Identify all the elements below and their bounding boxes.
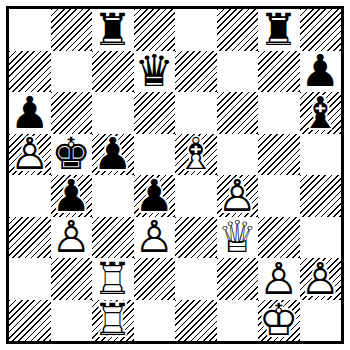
piece-halo: ♛	[134, 51, 176, 93]
piece-halo: ♟	[300, 258, 342, 300]
piece-halo: ♟	[9, 92, 51, 134]
square-d5[interactable]	[134, 134, 176, 176]
piece-halo: ♟	[9, 134, 51, 176]
piece-black-pawn-icon: ♟	[134, 175, 176, 217]
piece-white-pawn-icon: ♙	[300, 258, 342, 300]
piece-halo: ♚	[258, 300, 300, 342]
square-e5[interactable]: ♝♗	[175, 134, 217, 176]
square-h1[interactable]	[300, 300, 342, 342]
square-d4[interactable]: ♟♟	[134, 175, 176, 217]
square-g2[interactable]: ♟♙	[258, 258, 300, 300]
piece-halo: ♟	[134, 175, 176, 217]
square-h2[interactable]: ♟♙	[300, 258, 342, 300]
square-g5[interactable]	[258, 134, 300, 176]
piece-black-bishop-icon: ♝	[300, 92, 342, 134]
square-c3[interactable]	[92, 217, 134, 259]
square-c8[interactable]: ♜♜	[92, 9, 134, 51]
square-e2[interactable]	[175, 258, 217, 300]
piece-halo: ♜	[92, 9, 134, 51]
square-c7[interactable]	[92, 51, 134, 93]
square-f7[interactable]	[217, 51, 259, 93]
square-f3[interactable]: ♛♕	[217, 217, 259, 259]
square-h5[interactable]	[300, 134, 342, 176]
piece-white-queen-icon: ♕	[217, 217, 259, 259]
piece-white-bishop-icon: ♗	[175, 134, 217, 176]
square-a5[interactable]: ♟♙	[9, 134, 51, 176]
piece-black-king-icon: ♚	[51, 134, 93, 176]
square-h3[interactable]	[300, 217, 342, 259]
piece-halo: ♜	[92, 258, 134, 300]
piece-white-rook-icon: ♖	[92, 258, 134, 300]
square-e6[interactable]	[175, 92, 217, 134]
square-g1[interactable]: ♚♔	[258, 300, 300, 342]
square-e7[interactable]	[175, 51, 217, 93]
piece-halo: ♚	[51, 134, 93, 176]
square-g8[interactable]: ♜♜	[258, 9, 300, 51]
square-g4[interactable]	[258, 175, 300, 217]
square-b3[interactable]: ♟♙	[51, 217, 93, 259]
square-h8[interactable]	[300, 9, 342, 51]
piece-black-rook-icon: ♜	[92, 9, 134, 51]
square-e3[interactable]	[175, 217, 217, 259]
square-d2[interactable]	[134, 258, 176, 300]
piece-black-pawn-icon: ♟	[51, 175, 93, 217]
piece-halo: ♜	[92, 300, 134, 342]
square-f1[interactable]	[217, 300, 259, 342]
square-c6[interactable]	[92, 92, 134, 134]
square-b6[interactable]	[51, 92, 93, 134]
square-b5[interactable]: ♚♚	[51, 134, 93, 176]
square-c2[interactable]: ♜♖	[92, 258, 134, 300]
piece-black-pawn-icon: ♟	[9, 92, 51, 134]
square-a4[interactable]	[9, 175, 51, 217]
piece-halo: ♟	[51, 175, 93, 217]
piece-white-king-icon: ♔	[258, 300, 300, 342]
piece-black-rook-icon: ♜	[258, 9, 300, 51]
square-f2[interactable]	[217, 258, 259, 300]
piece-halo: ♟	[217, 175, 259, 217]
piece-halo: ♜	[258, 9, 300, 51]
piece-black-pawn-icon: ♟	[92, 134, 134, 176]
piece-halo: ♟	[92, 134, 134, 176]
square-h4[interactable]	[300, 175, 342, 217]
square-f8[interactable]	[217, 9, 259, 51]
piece-white-pawn-icon: ♙	[9, 134, 51, 176]
square-c5[interactable]: ♟♟	[92, 134, 134, 176]
board-frame: ♜♜♜♜♛♛♟♟♟♟♝♝♟♙♚♚♟♟♝♗♟♟♟♟♟♙♟♙♟♙♛♕♜♖♟♙♟♙♜♖…	[6, 6, 344, 344]
square-e8[interactable]	[175, 9, 217, 51]
square-d3[interactable]: ♟♙	[134, 217, 176, 259]
square-e4[interactable]	[175, 175, 217, 217]
piece-black-queen-icon: ♛	[134, 51, 176, 93]
square-a2[interactable]	[9, 258, 51, 300]
square-h7[interactable]: ♟♟	[300, 51, 342, 93]
square-a6[interactable]: ♟♟	[9, 92, 51, 134]
piece-halo: ♟	[51, 217, 93, 259]
square-d7[interactable]: ♛♛	[134, 51, 176, 93]
square-g3[interactable]	[258, 217, 300, 259]
square-b2[interactable]	[51, 258, 93, 300]
piece-white-pawn-icon: ♙	[217, 175, 259, 217]
piece-black-pawn-icon: ♟	[300, 51, 342, 93]
square-b8[interactable]	[51, 9, 93, 51]
chess-board: ♜♜♜♜♛♛♟♟♟♟♝♝♟♙♚♚♟♟♝♗♟♟♟♟♟♙♟♙♟♙♛♕♜♖♟♙♟♙♜♖…	[9, 9, 341, 341]
square-b1[interactable]	[51, 300, 93, 342]
square-d1[interactable]	[134, 300, 176, 342]
square-f6[interactable]	[217, 92, 259, 134]
square-a3[interactable]	[9, 217, 51, 259]
square-a1[interactable]	[9, 300, 51, 342]
square-b4[interactable]: ♟♟	[51, 175, 93, 217]
piece-halo: ♟	[134, 217, 176, 259]
square-h6[interactable]: ♝♝	[300, 92, 342, 134]
piece-halo: ♛	[217, 217, 259, 259]
piece-white-pawn-icon: ♙	[258, 258, 300, 300]
piece-halo: ♝	[175, 134, 217, 176]
square-d8[interactable]	[134, 9, 176, 51]
square-b7[interactable]	[51, 51, 93, 93]
chess-diagram-page: ♜♜♜♜♛♛♟♟♟♟♝♝♟♙♚♚♟♟♝♗♟♟♟♟♟♙♟♙♟♙♛♕♜♖♟♙♟♙♜♖…	[0, 0, 350, 350]
piece-halo: ♟	[258, 258, 300, 300]
square-g7[interactable]	[258, 51, 300, 93]
square-a7[interactable]	[9, 51, 51, 93]
square-f5[interactable]	[217, 134, 259, 176]
square-c4[interactable]	[92, 175, 134, 217]
piece-white-rook-icon: ♖	[92, 300, 134, 342]
square-d6[interactable]	[134, 92, 176, 134]
square-a8[interactable]	[9, 9, 51, 51]
square-c1[interactable]: ♜♖	[92, 300, 134, 342]
piece-halo: ♝	[300, 92, 342, 134]
piece-white-pawn-icon: ♙	[51, 217, 93, 259]
piece-white-pawn-icon: ♙	[134, 217, 176, 259]
piece-halo: ♟	[300, 51, 342, 93]
square-e1[interactable]	[175, 300, 217, 342]
square-f4[interactable]: ♟♙	[217, 175, 259, 217]
square-g6[interactable]	[258, 92, 300, 134]
